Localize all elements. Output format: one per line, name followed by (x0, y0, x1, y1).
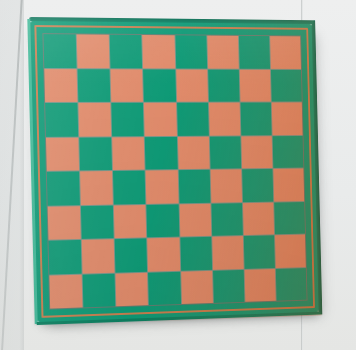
square-r2c7[interactable] (239, 69, 270, 101)
square-r4c1[interactable] (46, 137, 79, 171)
square-r4c3[interactable] (112, 137, 145, 170)
square-r8c4[interactable] (148, 271, 180, 305)
chessboard (30, 21, 318, 322)
square-r3c4[interactable] (144, 103, 176, 136)
square-r2c4[interactable] (143, 69, 175, 102)
square-r1c3[interactable] (110, 35, 143, 68)
square-r3c6[interactable] (209, 103, 241, 136)
square-r4c2[interactable] (79, 137, 112, 170)
square-r1c1[interactable] (43, 34, 76, 68)
square-r8c3[interactable] (116, 272, 149, 306)
square-r2c3[interactable] (111, 69, 144, 102)
square-r6c6[interactable] (211, 203, 243, 236)
board-edge-top (29, 17, 313, 24)
square-r7c3[interactable] (115, 238, 148, 272)
square-r7c1[interactable] (48, 240, 81, 274)
square-r7c2[interactable] (82, 239, 115, 273)
square-r2c2[interactable] (78, 69, 111, 102)
square-r4c5[interactable] (177, 136, 209, 169)
square-r7c4[interactable] (148, 238, 180, 272)
square-r3c7[interactable] (240, 103, 271, 135)
square-r6c5[interactable] (179, 203, 211, 236)
square-r3c2[interactable] (79, 103, 112, 136)
square-r1c6[interactable] (207, 36, 239, 69)
square-r5c5[interactable] (178, 170, 210, 203)
square-r7c6[interactable] (212, 236, 244, 269)
square-r1c2[interactable] (77, 34, 110, 67)
square-r1c8[interactable] (270, 36, 301, 68)
square-r5c3[interactable] (113, 171, 146, 204)
square-r5c6[interactable] (210, 169, 242, 202)
square-r6c3[interactable] (114, 204, 147, 238)
square-r4c8[interactable] (272, 135, 303, 167)
square-r5c8[interactable] (273, 169, 304, 202)
square-r6c7[interactable] (243, 202, 274, 235)
square-r7c5[interactable] (180, 237, 212, 270)
square-r8c7[interactable] (244, 269, 275, 302)
square-r1c7[interactable] (239, 36, 270, 69)
square-r7c8[interactable] (275, 235, 306, 268)
board-squares-grid (42, 33, 307, 309)
square-r1c5[interactable] (175, 35, 207, 68)
square-r6c1[interactable] (48, 206, 81, 240)
square-r8c6[interactable] (213, 269, 245, 302)
square-r5c2[interactable] (80, 171, 113, 205)
square-r8c2[interactable] (83, 273, 116, 307)
square-r3c1[interactable] (45, 103, 78, 136)
square-r4c6[interactable] (209, 136, 241, 169)
square-r2c5[interactable] (176, 69, 208, 102)
square-r5c4[interactable] (146, 170, 178, 203)
square-r2c8[interactable] (271, 69, 302, 101)
square-r2c6[interactable] (208, 69, 240, 102)
square-r7c7[interactable] (244, 235, 275, 268)
square-r6c8[interactable] (274, 202, 305, 235)
square-r4c7[interactable] (241, 136, 272, 169)
square-r8c8[interactable] (276, 268, 307, 301)
square-r6c4[interactable] (147, 204, 179, 237)
square-r3c3[interactable] (112, 103, 145, 136)
square-r8c1[interactable] (49, 274, 82, 308)
square-r5c1[interactable] (47, 171, 80, 205)
square-r3c5[interactable] (177, 103, 209, 136)
square-r1c4[interactable] (143, 35, 175, 68)
square-r8c5[interactable] (181, 270, 213, 304)
square-r2c1[interactable] (44, 69, 77, 102)
scene (0, 0, 356, 350)
square-r5c7[interactable] (242, 169, 273, 202)
square-r3c8[interactable] (272, 102, 303, 134)
square-r4c4[interactable] (145, 136, 177, 169)
square-r6c2[interactable] (81, 205, 114, 239)
